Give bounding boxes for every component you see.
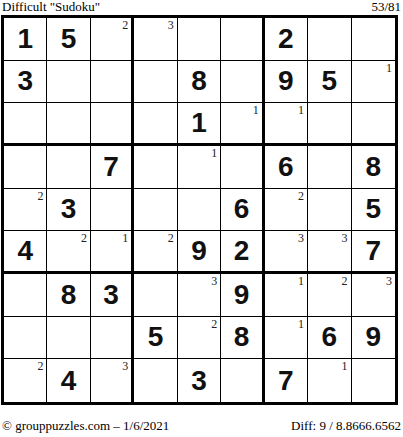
cell-r6c6[interactable]: 2 xyxy=(221,231,264,274)
cell-digit: 8 xyxy=(191,67,207,95)
cell-digit: 6 xyxy=(278,153,294,181)
sudoku-page: Difficult "Sudoku" 53/81 152323895111171… xyxy=(0,0,403,437)
cell-r8c4[interactable]: 5 xyxy=(134,317,177,360)
cell-r5c9[interactable]: 5 xyxy=(352,189,395,232)
cell-r1c6[interactable] xyxy=(221,18,264,61)
cell-r1c7[interactable]: 2 xyxy=(265,18,308,61)
cell-r6c1[interactable]: 4 xyxy=(4,231,47,274)
cell-r9c8[interactable]: 1 xyxy=(308,359,351,402)
cell-r2c3[interactable] xyxy=(91,61,134,104)
cell-r5c6[interactable]: 6 xyxy=(221,189,264,232)
cell-r9c7[interactable]: 7 xyxy=(265,359,308,402)
cell-r2c6[interactable] xyxy=(221,61,264,104)
cell-r7c6[interactable]: 9 xyxy=(221,274,264,317)
cell-r4c9[interactable]: 8 xyxy=(352,146,395,189)
cell-r6c5[interactable]: 9 xyxy=(178,231,221,274)
cell-r7c7[interactable]: 1 xyxy=(265,274,308,317)
cell-r4c7[interactable]: 6 xyxy=(265,146,308,189)
cell-digit: 8 xyxy=(234,323,250,351)
cell-r5c7[interactable]: 2 xyxy=(265,189,308,232)
cell-r4c1[interactable] xyxy=(4,146,47,189)
cell-r7c8[interactable]: 2 xyxy=(308,274,351,317)
pencil-mark: 3 xyxy=(168,19,174,31)
cell-digit: 5 xyxy=(148,323,164,351)
cell-r9c5[interactable]: 3 xyxy=(178,359,221,402)
cell-r8c6[interactable]: 8 xyxy=(221,317,264,360)
cell-r3c4[interactable] xyxy=(134,103,177,146)
pencil-mark: 1 xyxy=(253,104,259,116)
cell-r8c3[interactable] xyxy=(91,317,134,360)
cell-r7c9[interactable]: 3 xyxy=(352,274,395,317)
cell-r7c1[interactable] xyxy=(4,274,47,317)
cell-r3c9[interactable] xyxy=(352,103,395,146)
cell-r8c2[interactable] xyxy=(47,317,90,360)
cell-digit: 9 xyxy=(365,323,381,351)
cell-digit: 9 xyxy=(191,237,207,265)
pencil-mark: 2 xyxy=(122,19,128,31)
footer: © grouppuzzles.com – 1/6/2021 Diff: 9 / … xyxy=(0,419,403,433)
cell-r3c7[interactable]: 1 xyxy=(265,103,308,146)
cell-digit: 6 xyxy=(234,195,250,223)
cell-r8c8[interactable]: 6 xyxy=(308,317,351,360)
cell-r4c2[interactable] xyxy=(47,146,90,189)
pencil-mark: 2 xyxy=(298,190,304,202)
cell-r7c3[interactable]: 3 xyxy=(91,274,134,317)
cell-r7c4[interactable] xyxy=(134,274,177,317)
cell-r6c2[interactable]: 2 xyxy=(47,231,90,274)
cell-r3c5[interactable]: 1 xyxy=(178,103,221,146)
cell-r1c2[interactable]: 5 xyxy=(47,18,90,61)
cell-r3c8[interactable] xyxy=(308,103,351,146)
cell-digit: 1 xyxy=(17,25,33,53)
cell-r1c4[interactable]: 3 xyxy=(134,18,177,61)
cell-digit: 7 xyxy=(103,153,119,181)
cell-digit: 3 xyxy=(191,367,207,395)
cell-r8c5[interactable]: 2 xyxy=(178,317,221,360)
cell-r3c2[interactable] xyxy=(47,103,90,146)
cell-r2c8[interactable]: 5 xyxy=(308,61,351,104)
cell-digit: 8 xyxy=(365,153,381,181)
pencil-mark: 1 xyxy=(298,318,304,330)
cell-r5c8[interactable] xyxy=(308,189,351,232)
cell-r2c5[interactable]: 8 xyxy=(178,61,221,104)
cell-digit: 4 xyxy=(17,237,33,265)
pencil-mark: 1 xyxy=(386,62,392,74)
pencil-mark: 3 xyxy=(122,360,128,372)
cell-digit: 3 xyxy=(103,281,119,309)
cell-r2c1[interactable]: 3 xyxy=(4,61,47,104)
cell-r7c2[interactable]: 8 xyxy=(47,274,90,317)
pencil-mark: 2 xyxy=(211,318,217,330)
pencil-mark: 3 xyxy=(211,275,217,287)
cell-digit: 4 xyxy=(61,367,77,395)
cell-r2c9[interactable]: 1 xyxy=(352,61,395,104)
cell-r9c9[interactable] xyxy=(352,359,395,402)
cell-digit: 2 xyxy=(278,25,294,53)
cell-r1c3[interactable]: 2 xyxy=(91,18,134,61)
cell-r8c7[interactable]: 1 xyxy=(265,317,308,360)
pencil-mark: 2 xyxy=(37,190,43,202)
cell-r4c5[interactable]: 1 xyxy=(178,146,221,189)
cell-r4c8[interactable] xyxy=(308,146,351,189)
cell-digit: 9 xyxy=(234,281,250,309)
cell-r2c7[interactable]: 9 xyxy=(265,61,308,104)
cell-r9c6[interactable] xyxy=(221,359,264,402)
cell-r6c7[interactable]: 3 xyxy=(265,231,308,274)
cell-r1c9[interactable] xyxy=(352,18,395,61)
header: Difficult "Sudoku" 53/81 xyxy=(0,0,403,14)
cell-r3c3[interactable] xyxy=(91,103,134,146)
cell-r1c1[interactable]: 1 xyxy=(4,18,47,61)
cell-digit: 6 xyxy=(322,323,338,351)
sudoku-board: 1523238951111716823625421292337833912352… xyxy=(1,15,398,405)
pencil-mark: 1 xyxy=(342,360,348,372)
cell-digit: 3 xyxy=(17,67,33,95)
cell-r7c5[interactable]: 3 xyxy=(178,274,221,317)
pencil-mark: 1 xyxy=(211,147,217,159)
cell-digit: 7 xyxy=(278,367,294,395)
pencil-mark: 2 xyxy=(342,275,348,287)
pencil-mark: 3 xyxy=(386,275,392,287)
cell-r9c1[interactable]: 2 xyxy=(4,359,47,402)
cell-digit: 5 xyxy=(322,67,338,95)
pencil-mark: 3 xyxy=(298,232,304,244)
cell-r4c6[interactable] xyxy=(221,146,264,189)
cell-digit: 7 xyxy=(365,237,381,265)
copyright-text: © grouppuzzles.com – 1/6/2021 xyxy=(2,419,169,433)
cells-remaining-counter: 53/81 xyxy=(371,0,401,14)
pencil-mark: 2 xyxy=(81,232,87,244)
cell-r6c8[interactable]: 3 xyxy=(308,231,351,274)
cell-r8c9[interactable]: 9 xyxy=(352,317,395,360)
cell-digit: 2 xyxy=(234,237,250,265)
cell-r4c3[interactable]: 7 xyxy=(91,146,134,189)
cell-digit: 1 xyxy=(191,109,207,137)
cell-r8c1[interactable] xyxy=(4,317,47,360)
pencil-mark: 1 xyxy=(298,104,304,116)
pencil-mark: 1 xyxy=(122,232,128,244)
cell-r6c3[interactable]: 1 xyxy=(91,231,134,274)
cell-digit: 5 xyxy=(61,25,77,53)
pencil-mark: 3 xyxy=(342,232,348,244)
pencil-mark: 2 xyxy=(168,232,174,244)
cell-r9c3[interactable]: 3 xyxy=(91,359,134,402)
cell-r4c4[interactable] xyxy=(134,146,177,189)
cell-r9c4[interactable] xyxy=(134,359,177,402)
cell-r5c3[interactable] xyxy=(91,189,134,232)
cell-r2c4[interactable] xyxy=(134,61,177,104)
cell-r3c6[interactable]: 1 xyxy=(221,103,264,146)
difficulty-text: Diff: 9 / 8.8666.6562 xyxy=(291,419,401,433)
cell-r5c2[interactable]: 3 xyxy=(47,189,90,232)
puzzle-title: Difficult "Sudoku" xyxy=(2,0,100,14)
pencil-mark: 1 xyxy=(298,275,304,287)
cell-r3c1[interactable] xyxy=(4,103,47,146)
cell-digit: 3 xyxy=(61,195,77,223)
cell-r5c1[interactable]: 2 xyxy=(4,189,47,232)
cell-r2c2[interactable] xyxy=(47,61,90,104)
cell-r1c8[interactable] xyxy=(308,18,351,61)
cell-r1c5[interactable] xyxy=(178,18,221,61)
cell-r5c5[interactable] xyxy=(178,189,221,232)
cell-r6c9[interactable]: 7 xyxy=(352,231,395,274)
cell-r9c2[interactable]: 4 xyxy=(47,359,90,402)
cell-digit: 8 xyxy=(61,281,77,309)
cell-digit: 9 xyxy=(278,67,294,95)
cell-r6c4[interactable]: 2 xyxy=(134,231,177,274)
cell-digit: 5 xyxy=(365,195,381,223)
pencil-mark: 2 xyxy=(37,360,43,372)
cell-r5c4[interactable] xyxy=(134,189,177,232)
